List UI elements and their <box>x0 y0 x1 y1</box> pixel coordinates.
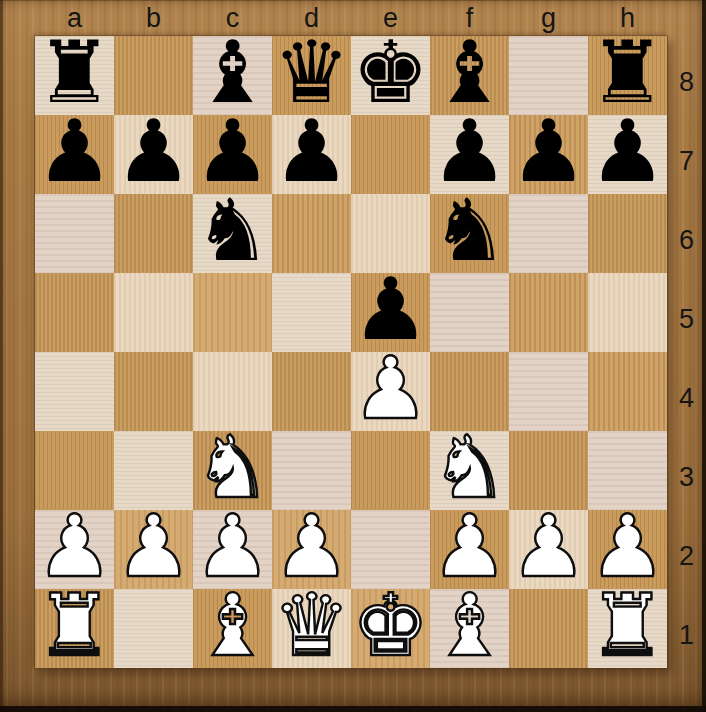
piece-black-pawn[interactable]: ♟ <box>273 112 350 191</box>
square-f5[interactable] <box>430 273 509 352</box>
square-h7[interactable]: ♟ <box>588 115 667 194</box>
piece-white-rook[interactable]: ♜ <box>36 586 113 665</box>
piece-white-bishop[interactable]: ♝ <box>194 586 271 665</box>
square-a6[interactable] <box>35 194 114 273</box>
rank-label-7: 7 <box>667 122 706 201</box>
square-b5[interactable] <box>114 273 193 352</box>
square-b4[interactable] <box>114 352 193 431</box>
square-d1[interactable]: ♛ <box>272 589 351 668</box>
square-a7[interactable]: ♟ <box>35 115 114 194</box>
piece-black-knight[interactable]: ♞ <box>194 191 271 270</box>
rank-labels: 87654321 <box>667 36 706 668</box>
piece-black-pawn[interactable]: ♟ <box>510 112 587 191</box>
square-g7[interactable]: ♟ <box>509 115 588 194</box>
square-h6[interactable] <box>588 194 667 273</box>
rank-label-8: 8 <box>667 43 706 122</box>
square-c5[interactable] <box>193 273 272 352</box>
square-c1[interactable]: ♝ <box>193 589 272 668</box>
square-g4[interactable] <box>509 352 588 431</box>
piece-white-pawn[interactable]: ♟ <box>352 349 429 428</box>
square-b6[interactable] <box>114 194 193 273</box>
piece-white-pawn[interactable]: ♟ <box>510 507 587 586</box>
square-f6[interactable]: ♞ <box>430 194 509 273</box>
piece-white-bishop[interactable]: ♝ <box>431 586 508 665</box>
square-h4[interactable] <box>588 352 667 431</box>
square-e3[interactable] <box>351 431 430 510</box>
square-b7[interactable]: ♟ <box>114 115 193 194</box>
piece-white-pawn[interactable]: ♟ <box>115 507 192 586</box>
square-a5[interactable] <box>35 273 114 352</box>
rank-label-6: 6 <box>667 201 706 280</box>
square-d6[interactable] <box>272 194 351 273</box>
square-g6[interactable] <box>509 194 588 273</box>
rank-label-4: 4 <box>667 359 706 438</box>
square-g2[interactable]: ♟ <box>509 510 588 589</box>
square-h5[interactable] <box>588 273 667 352</box>
piece-black-king[interactable]: ♚ <box>352 33 429 112</box>
board: ♜♝♛♚♝♜♟♟♟♟♟♟♟♞♞♟♟♞♞♟♟♟♟♟♟♟♜♝♛♚♝♜ <box>35 36 667 668</box>
square-d5[interactable] <box>272 273 351 352</box>
square-b1[interactable] <box>114 589 193 668</box>
piece-white-king[interactable]: ♚ <box>352 586 429 665</box>
square-g1[interactable] <box>509 589 588 668</box>
piece-black-pawn[interactable]: ♟ <box>589 112 666 191</box>
file-label-b: b <box>114 5 193 32</box>
piece-black-pawn[interactable]: ♟ <box>115 112 192 191</box>
rank-label-5: 5 <box>667 280 706 359</box>
square-d4[interactable] <box>272 352 351 431</box>
square-g5[interactable] <box>509 273 588 352</box>
square-d7[interactable]: ♟ <box>272 115 351 194</box>
piece-black-knight[interactable]: ♞ <box>431 191 508 270</box>
square-e8[interactable]: ♚ <box>351 36 430 115</box>
file-label-g: g <box>509 5 588 32</box>
square-e7[interactable] <box>351 115 430 194</box>
rank-label-1: 1 <box>667 596 706 675</box>
piece-white-rook[interactable]: ♜ <box>589 586 666 665</box>
square-a4[interactable] <box>35 352 114 431</box>
rank-label-2: 2 <box>667 517 706 596</box>
chess-board-frame: abcdefgh 87654321 ♜♝♛♚♝♜♟♟♟♟♟♟♟♞♞♟♟♞♞♟♟♟… <box>0 0 706 712</box>
square-h1[interactable]: ♜ <box>588 589 667 668</box>
square-c6[interactable]: ♞ <box>193 194 272 273</box>
rank-label-3: 3 <box>667 438 706 517</box>
square-e4[interactable]: ♟ <box>351 352 430 431</box>
piece-white-queen[interactable]: ♛ <box>273 586 350 665</box>
square-b2[interactable]: ♟ <box>114 510 193 589</box>
piece-black-pawn[interactable]: ♟ <box>36 112 113 191</box>
square-f1[interactable]: ♝ <box>430 589 509 668</box>
square-a1[interactable]: ♜ <box>35 589 114 668</box>
square-e1[interactable]: ♚ <box>351 589 430 668</box>
